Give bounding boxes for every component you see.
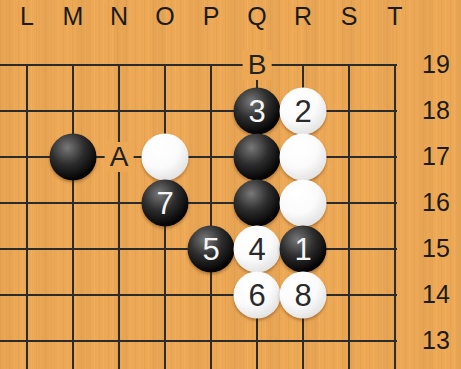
- stone-number-1: 1: [294, 234, 311, 265]
- stone-white-q14[interactable]: 6: [234, 272, 281, 319]
- stone-black-q17[interactable]: [234, 134, 281, 181]
- stone-black-q16[interactable]: [234, 180, 281, 227]
- stone-number-4: 4: [248, 234, 265, 265]
- column-label-N: N: [96, 1, 142, 31]
- column-label-T: T: [372, 1, 418, 31]
- stone-white-r18[interactable]: 2: [280, 88, 327, 135]
- grid-line-col-N: [118, 64, 120, 369]
- stone-black-p15[interactable]: 5: [188, 226, 235, 273]
- stone-number-2: 2: [294, 96, 311, 127]
- grid-line-row-13: [0, 340, 397, 342]
- column-label-O: O: [142, 1, 188, 31]
- grid-line-col-M: [72, 64, 74, 369]
- stone-number-5: 5: [202, 234, 219, 265]
- row-label-19: 19: [410, 49, 461, 79]
- column-label-S: S: [326, 1, 372, 31]
- row-label-17: 17: [410, 141, 461, 171]
- row-label-18: 18: [410, 95, 461, 125]
- grid-line-col-S: [348, 64, 350, 369]
- row-label-16: 16: [410, 187, 461, 217]
- stone-number-3: 3: [248, 96, 265, 127]
- stone-number-8: 8: [294, 280, 311, 311]
- stone-number-7: 7: [156, 188, 173, 219]
- column-label-P: P: [188, 1, 234, 31]
- row-label-14: 14: [410, 279, 461, 309]
- grid-line-col-P: [210, 64, 212, 369]
- column-label-M: M: [50, 1, 96, 31]
- row-label-15: 15: [410, 233, 461, 263]
- stone-white-r14[interactable]: 8: [280, 272, 327, 319]
- column-label-R: R: [280, 1, 326, 31]
- stone-white-q15[interactable]: 4: [234, 226, 281, 273]
- grid-line-row-19: [0, 64, 397, 66]
- marker-b-q19: B: [243, 50, 272, 80]
- go-board[interactable]: LMNOPQRST1918171615141375346218AB: [0, 0, 461, 369]
- row-label-13: 13: [410, 325, 461, 355]
- stone-white-r17[interactable]: [280, 134, 327, 181]
- column-label-Q: Q: [234, 1, 280, 31]
- stone-black-q18[interactable]: 3: [234, 88, 281, 135]
- grid-line-row-14: [0, 294, 397, 296]
- stone-black-m17[interactable]: [50, 134, 97, 181]
- stone-white-o17[interactable]: [142, 134, 189, 181]
- stone-white-r16[interactable]: [280, 180, 327, 227]
- stone-black-o16[interactable]: 7: [142, 180, 189, 227]
- stone-black-r15[interactable]: 1: [280, 226, 327, 273]
- stone-number-6: 6: [248, 280, 265, 311]
- grid-line-row-18: [0, 110, 397, 112]
- grid-line-col-L: [26, 64, 28, 369]
- column-label-L: L: [4, 1, 50, 31]
- grid-line-row-16: [0, 202, 397, 204]
- grid-line-col-T: [394, 64, 396, 369]
- marker-a-n17: A: [105, 142, 134, 172]
